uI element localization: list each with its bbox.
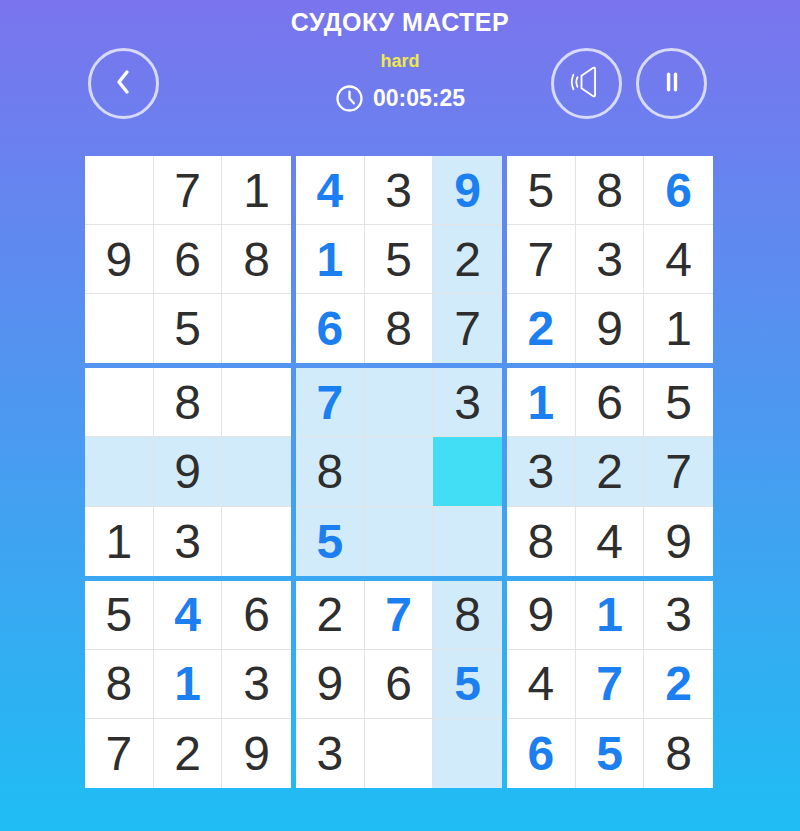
cell-r2c4[interactable]: 1	[296, 225, 365, 294]
cell-r8c8[interactable]: 7	[576, 650, 645, 719]
cell-r5c2[interactable]: 9	[154, 437, 223, 506]
block-1-3: 586734291	[507, 156, 713, 363]
cell-r8c5[interactable]: 6	[365, 650, 434, 719]
cell-r3c5[interactable]: 8	[365, 294, 434, 363]
cell-r4c2[interactable]: 8	[154, 368, 223, 437]
cell-r3c8[interactable]: 9	[576, 294, 645, 363]
block-2-3: 165327849	[507, 368, 713, 575]
cell-r7c4[interactable]: 2	[296, 581, 365, 650]
block-1-1: 719685	[85, 156, 291, 363]
cell-r2c3[interactable]: 8	[222, 225, 291, 294]
cell-r2c9[interactable]: 4	[644, 225, 713, 294]
cell-r2c2[interactable]: 6	[154, 225, 223, 294]
cell-r3c3[interactable]	[222, 294, 291, 363]
cell-r4c1[interactable]	[85, 368, 154, 437]
cell-r3c6[interactable]: 7	[433, 294, 502, 363]
cell-r7c3[interactable]: 6	[222, 581, 291, 650]
timer-value: 00:05:25	[373, 85, 465, 112]
cell-r5c6[interactable]	[433, 437, 502, 506]
speaker-icon	[561, 56, 613, 112]
sudoku-app: СУДОКУ МАСТЕР hard 00:05:25	[0, 0, 800, 831]
cell-r2c7[interactable]: 7	[507, 225, 576, 294]
cell-r9c3[interactable]: 9	[222, 719, 291, 788]
block-1-2: 439152687	[296, 156, 502, 363]
cell-r9c7[interactable]: 6	[507, 719, 576, 788]
cell-r6c3[interactable]	[222, 507, 291, 576]
cell-r5c7[interactable]: 3	[507, 437, 576, 506]
block-3-2: 2789653	[296, 581, 502, 788]
cell-r3c1[interactable]	[85, 294, 154, 363]
clock-icon	[335, 84, 364, 113]
cell-r7c1[interactable]: 5	[85, 581, 154, 650]
sound-button[interactable]	[551, 48, 622, 119]
cell-r8c7[interactable]: 4	[507, 650, 576, 719]
cell-r5c9[interactable]: 7	[644, 437, 713, 506]
cell-r9c1[interactable]: 7	[85, 719, 154, 788]
cell-r1c7[interactable]: 5	[507, 156, 576, 225]
cell-r9c6[interactable]	[433, 719, 502, 788]
cell-r3c2[interactable]: 5	[154, 294, 223, 363]
page-title: СУДОКУ МАСТЕР	[0, 8, 800, 37]
cell-r5c4[interactable]: 8	[296, 437, 365, 506]
cell-r9c4[interactable]: 3	[296, 719, 365, 788]
cell-r6c4[interactable]: 5	[296, 507, 365, 576]
cell-r9c2[interactable]: 2	[154, 719, 223, 788]
sudoku-board: 7196854391526875867342918913738516532784…	[85, 156, 713, 788]
cell-r3c4[interactable]: 6	[296, 294, 365, 363]
cell-r4c6[interactable]: 3	[433, 368, 502, 437]
cell-r7c2[interactable]: 4	[154, 581, 223, 650]
cell-r7c7[interactable]: 9	[507, 581, 576, 650]
cell-r7c6[interactable]: 8	[433, 581, 502, 650]
cell-r6c8[interactable]: 4	[576, 507, 645, 576]
cell-r4c4[interactable]: 7	[296, 368, 365, 437]
cell-r8c2[interactable]: 1	[154, 650, 223, 719]
cell-r4c5[interactable]	[365, 368, 434, 437]
block-3-3: 913472658	[507, 581, 713, 788]
block-2-2: 7385	[296, 368, 502, 575]
cell-r7c9[interactable]: 3	[644, 581, 713, 650]
cell-r1c6[interactable]: 9	[433, 156, 502, 225]
cell-r9c9[interactable]: 8	[644, 719, 713, 788]
cell-r2c6[interactable]: 2	[433, 225, 502, 294]
cell-r8c1[interactable]: 8	[85, 650, 154, 719]
cell-r1c1[interactable]	[85, 156, 154, 225]
cell-r2c1[interactable]: 9	[85, 225, 154, 294]
cell-r5c3[interactable]	[222, 437, 291, 506]
cell-r7c5[interactable]: 7	[365, 581, 434, 650]
cell-r8c3[interactable]: 3	[222, 650, 291, 719]
cell-r5c8[interactable]: 2	[576, 437, 645, 506]
cell-r4c9[interactable]: 5	[644, 368, 713, 437]
block-3-1: 546813729	[85, 581, 291, 788]
cell-r8c6[interactable]: 5	[433, 650, 502, 719]
cell-r6c9[interactable]: 9	[644, 507, 713, 576]
cell-r1c2[interactable]: 7	[154, 156, 223, 225]
cell-r6c5[interactable]	[365, 507, 434, 576]
cell-r7c8[interactable]: 1	[576, 581, 645, 650]
cell-r1c8[interactable]: 8	[576, 156, 645, 225]
pause-icon	[646, 56, 698, 112]
cell-r3c9[interactable]: 1	[644, 294, 713, 363]
cell-r8c9[interactable]: 2	[644, 650, 713, 719]
cell-r1c9[interactable]: 6	[644, 156, 713, 225]
cell-r8c4[interactable]: 9	[296, 650, 365, 719]
pause-button[interactable]	[636, 48, 707, 119]
cell-r9c5[interactable]	[365, 719, 434, 788]
cell-r4c3[interactable]	[222, 368, 291, 437]
block-2-1: 8913	[85, 368, 291, 575]
cell-r3c7[interactable]: 2	[507, 294, 576, 363]
cell-r1c4[interactable]: 4	[296, 156, 365, 225]
cell-r1c5[interactable]: 3	[365, 156, 434, 225]
cell-r6c6[interactable]	[433, 507, 502, 576]
cell-r1c3[interactable]: 1	[222, 156, 291, 225]
cell-r6c7[interactable]: 8	[507, 507, 576, 576]
cell-r2c5[interactable]: 5	[365, 225, 434, 294]
cell-r5c5[interactable]	[365, 437, 434, 506]
cell-r6c1[interactable]: 1	[85, 507, 154, 576]
cell-r2c8[interactable]: 3	[576, 225, 645, 294]
cell-r5c1[interactable]	[85, 437, 154, 506]
cell-r4c8[interactable]: 6	[576, 368, 645, 437]
cell-r6c2[interactable]: 3	[154, 507, 223, 576]
cell-r4c7[interactable]: 1	[507, 368, 576, 437]
cell-r9c8[interactable]: 5	[576, 719, 645, 788]
